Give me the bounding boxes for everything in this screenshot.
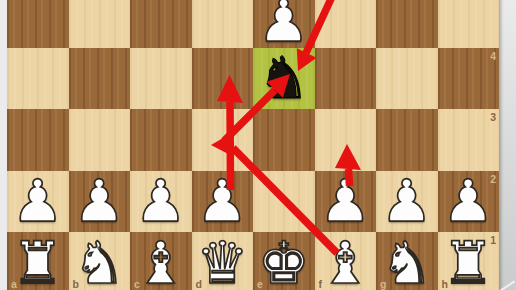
white-pawn[interactable]: ♟	[69, 171, 131, 233]
square-e3[interactable]	[253, 109, 315, 171]
file-label-h: h	[442, 279, 448, 290]
square-d4[interactable]	[192, 48, 254, 110]
square-a2[interactable]: ♟	[7, 171, 69, 233]
square-c4[interactable]	[130, 48, 192, 110]
file-label-g: g	[380, 279, 386, 290]
square-f3[interactable]	[315, 109, 377, 171]
square-h3[interactable]: 3	[438, 109, 500, 171]
white-pawn[interactable]: ♟	[315, 171, 377, 233]
square-b2[interactable]: ♟	[69, 171, 131, 233]
white-pawn[interactable]: ♟	[253, 0, 315, 48]
white-pawn[interactable]: ♟	[376, 171, 438, 233]
file-label-c: c	[134, 279, 140, 290]
white-bishop[interactable]: ♝	[315, 232, 377, 290]
file-label-a: a	[11, 279, 17, 290]
square-d2[interactable]: ♟	[192, 171, 254, 233]
square-h1[interactable]: ♜1h	[438, 232, 500, 290]
square-g1[interactable]: ♞g	[376, 232, 438, 290]
screenshot-root: ♟5♞43♟♟♟♟♟♟♟2♜a♞b♝c♛d♚e♝f♞g♜1h	[0, 0, 516, 290]
square-e2[interactable]	[253, 171, 315, 233]
chess-board: ♟5♞43♟♟♟♟♟♟♟2♜a♞b♝c♛d♚e♝f♞g♜1h	[7, 0, 499, 290]
square-d5[interactable]	[192, 0, 254, 48]
square-g5[interactable]	[376, 0, 438, 48]
square-c5[interactable]	[130, 0, 192, 48]
square-a4[interactable]	[7, 48, 69, 110]
rank-label-3: 3	[490, 112, 496, 123]
square-f5[interactable]	[315, 0, 377, 48]
square-a3[interactable]	[7, 109, 69, 171]
left-gray-margin	[0, 0, 7, 290]
square-b5[interactable]	[69, 0, 131, 48]
square-b3[interactable]	[69, 109, 131, 171]
black-knight[interactable]: ♞	[253, 48, 315, 110]
square-h2[interactable]: ♟2	[438, 171, 500, 233]
square-c1[interactable]: ♝c	[130, 232, 192, 290]
square-c2[interactable]: ♟	[130, 171, 192, 233]
square-g2[interactable]: ♟	[376, 171, 438, 233]
square-b4[interactable]	[69, 48, 131, 110]
square-f1[interactable]: ♝f	[315, 232, 377, 290]
rank-label-4: 4	[490, 51, 496, 62]
square-d1[interactable]: ♛d	[192, 232, 254, 290]
square-g3[interactable]	[376, 109, 438, 171]
rank-label-1: 1	[490, 235, 496, 246]
square-g4[interactable]	[376, 48, 438, 110]
file-label-b: b	[73, 279, 79, 290]
square-d3[interactable]	[192, 109, 254, 171]
white-pawn[interactable]: ♟	[192, 171, 254, 233]
file-label-d: d	[196, 279, 202, 290]
square-f2[interactable]: ♟	[315, 171, 377, 233]
square-c3[interactable]	[130, 109, 192, 171]
rank-label-2: 2	[490, 174, 496, 185]
square-h4[interactable]: 4	[438, 48, 500, 110]
square-e5[interactable]: ♟	[253, 0, 315, 48]
square-f4[interactable]	[315, 48, 377, 110]
file-label-f: f	[319, 279, 323, 290]
file-label-e: e	[257, 279, 263, 290]
square-b1[interactable]: ♞b	[69, 232, 131, 290]
square-a1[interactable]: ♜a	[7, 232, 69, 290]
white-pawn[interactable]: ♟	[7, 171, 69, 233]
square-e1[interactable]: ♚e	[253, 232, 315, 290]
square-a5[interactable]	[7, 0, 69, 48]
square-h5[interactable]: 5	[438, 0, 500, 48]
square-e4[interactable]: ♞	[253, 48, 315, 110]
right-gray-margin	[499, 0, 516, 290]
white-pawn[interactable]: ♟	[130, 171, 192, 233]
